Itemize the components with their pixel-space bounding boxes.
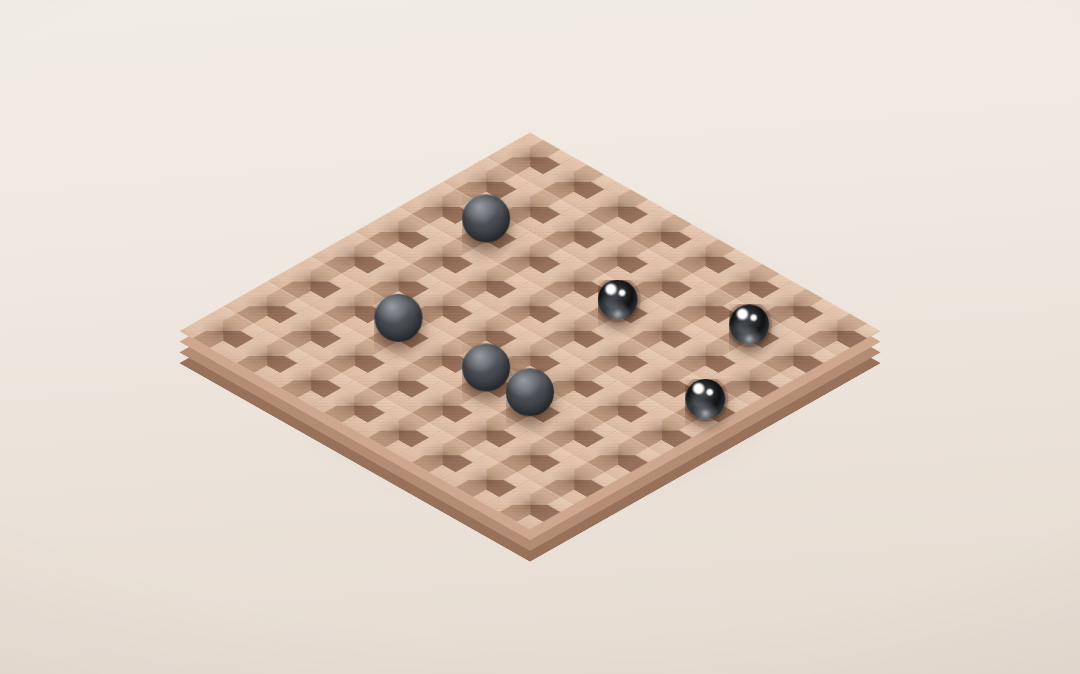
marble-dark-matte[interactable] xyxy=(462,343,510,391)
marble-dark-matte[interactable] xyxy=(462,194,510,242)
marble-dark-matte[interactable] xyxy=(374,294,422,342)
marble-steel-chrome[interactable] xyxy=(598,280,638,320)
marble-dark-matte[interactable] xyxy=(506,368,554,416)
marble-steel-chrome[interactable] xyxy=(729,304,769,344)
scene xyxy=(0,0,1080,674)
marble-steel-chrome[interactable] xyxy=(685,379,725,419)
